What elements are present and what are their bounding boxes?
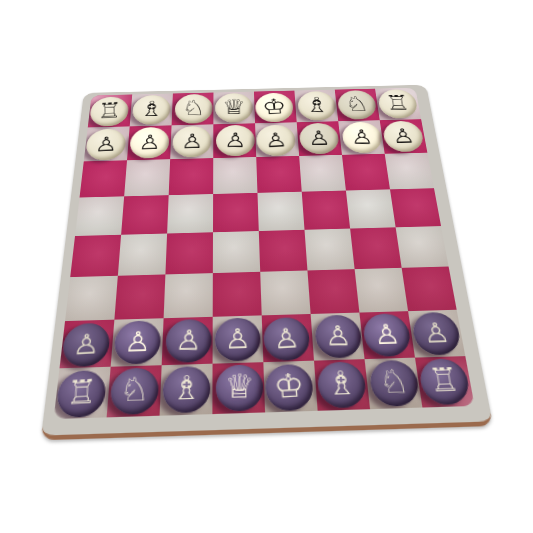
- square-c6[interactable]: [169, 158, 214, 195]
- square-e3[interactable]: [260, 270, 310, 315]
- knight-glyph: ♘: [344, 94, 371, 115]
- piece-cream-pawn-g7[interactable]: ♙: [342, 122, 383, 153]
- square-a4[interactable]: [70, 235, 121, 277]
- square-c4[interactable]: [165, 232, 213, 274]
- piece-cream-rook-a8[interactable]: ♖: [89, 96, 128, 127]
- square-e1[interactable]: ♔: [263, 361, 317, 413]
- pawn-glyph: ♙: [264, 129, 288, 150]
- pawn-glyph: ♙: [224, 324, 251, 352]
- pawn-glyph: ♙: [272, 323, 301, 352]
- piece-purple-pawn-e2[interactable]: ♙: [262, 316, 311, 361]
- square-f8[interactable]: ♗: [294, 90, 338, 123]
- piece-cream-pawn-e7[interactable]: ♙: [255, 124, 297, 157]
- square-d4[interactable]: [213, 231, 260, 273]
- bishop-glyph: ♗: [325, 367, 358, 401]
- piece-cream-pawn-c7[interactable]: ♙: [172, 126, 211, 158]
- square-f3[interactable]: [307, 269, 359, 314]
- square-a8[interactable]: ♖: [88, 94, 132, 127]
- square-c2[interactable]: ♙: [162, 317, 213, 365]
- square-e4[interactable]: [259, 230, 308, 272]
- pawn-glyph: ♙: [421, 318, 452, 346]
- pawn-glyph: ♙: [124, 327, 152, 355]
- square-b8[interactable]: ♗: [130, 93, 173, 126]
- square-f2[interactable]: ♙: [311, 313, 365, 361]
- square-b4[interactable]: [118, 234, 167, 276]
- piece-purple-pawn-c2[interactable]: ♙: [164, 319, 212, 362]
- pawn-glyph: ♙: [72, 329, 100, 358]
- square-f4[interactable]: [304, 229, 354, 271]
- square-b7[interactable]: ♙: [127, 125, 172, 160]
- pawn-glyph: ♙: [372, 320, 402, 348]
- bishop-glyph: ♗: [171, 371, 202, 405]
- piece-cream-pawn-d7[interactable]: ♙: [215, 125, 255, 156]
- square-b5[interactable]: [121, 195, 169, 235]
- square-d6[interactable]: [213, 157, 257, 194]
- board-scene: ♖♗♘♕♔♗♘♖♙♙♙♙♙♙♙♙♙♙♙♙♙♙♙♙♖♘♗♕♔♗♘♖: [41, 85, 494, 441]
- square-c3[interactable]: [164, 273, 213, 318]
- square-d5[interactable]: [213, 193, 259, 232]
- piece-purple-pawn-b2[interactable]: ♙: [113, 320, 161, 364]
- rook-glyph: ♖: [65, 375, 98, 410]
- piece-purple-rook-h1[interactable]: ♖: [417, 358, 471, 405]
- square-b6[interactable]: [124, 159, 170, 196]
- square-h7[interactable]: ♙: [380, 119, 428, 154]
- square-f1[interactable]: ♗: [314, 359, 370, 411]
- piece-purple-pawn-g2[interactable]: ♙: [362, 313, 413, 357]
- pawn-glyph: ♙: [390, 125, 415, 145]
- queen-glyph: ♕: [222, 96, 246, 117]
- square-e7[interactable]: ♙: [255, 122, 299, 157]
- square-c1[interactable]: ♗: [160, 364, 213, 416]
- pawn-glyph: ♙: [307, 128, 331, 148]
- square-b1[interactable]: ♘: [107, 365, 162, 417]
- square-a1[interactable]: ♖: [54, 367, 111, 419]
- square-h4[interactable]: [396, 226, 449, 268]
- square-c5[interactable]: [167, 194, 213, 233]
- pawn-glyph: ♙: [94, 133, 118, 154]
- square-d1[interactable]: ♕: [212, 362, 265, 414]
- square-f5[interactable]: [302, 191, 350, 230]
- photo-background: ♖♗♘♕♔♗♘♖♙♙♙♙♙♙♙♙♙♙♙♙♙♙♙♙♖♘♗♕♔♗♘♖: [0, 0, 533, 533]
- piece-cream-bishop-b8[interactable]: ♗: [132, 95, 171, 125]
- square-h2[interactable]: ♙: [408, 310, 465, 358]
- knight-glyph: ♘: [181, 98, 206, 119]
- square-h6[interactable]: [385, 153, 434, 190]
- piece-purple-bishop-f1[interactable]: ♗: [316, 361, 367, 408]
- square-e8[interactable]: ♔: [254, 91, 297, 124]
- knight-glyph: ♘: [378, 366, 411, 399]
- piece-purple-pawn-h2[interactable]: ♙: [410, 312, 462, 356]
- piece-purple-knight-b1[interactable]: ♘: [109, 367, 159, 415]
- square-g8[interactable]: ♘: [335, 89, 380, 122]
- square-g4[interactable]: [350, 227, 402, 269]
- piece-purple-bishop-c1[interactable]: ♗: [162, 366, 210, 414]
- square-g6[interactable]: [342, 154, 390, 191]
- piece-purple-rook-a1[interactable]: ♖: [56, 369, 107, 418]
- square-a5[interactable]: [75, 196, 124, 236]
- pawn-glyph: ♙: [181, 131, 204, 151]
- square-a7[interactable]: ♙: [84, 126, 130, 161]
- square-d3[interactable]: [213, 272, 262, 317]
- pawn-glyph: ♙: [175, 326, 203, 354]
- piece-purple-pawn-a2[interactable]: ♙: [62, 322, 111, 368]
- square-b3[interactable]: [114, 274, 165, 319]
- piece-cream-knight-c8[interactable]: ♘: [174, 94, 213, 123]
- square-h5[interactable]: [390, 188, 441, 227]
- rook-glyph: ♖: [97, 100, 122, 122]
- square-e2[interactable]: ♙: [262, 314, 314, 362]
- knight-glyph: ♘: [118, 373, 150, 407]
- rook-glyph: ♖: [384, 93, 411, 114]
- piece-cream-pawn-b7[interactable]: ♙: [129, 127, 170, 159]
- square-c8[interactable]: ♘: [172, 93, 214, 126]
- board-edge: ♖♗♘♕♔♗♘♖♙♙♙♙♙♙♙♙♙♙♙♙♙♙♙♙♖♘♗♕♔♗♘♖: [41, 85, 494, 441]
- rook-glyph: ♖: [427, 364, 462, 397]
- pawn-glyph: ♙: [350, 127, 374, 147]
- pawn-glyph: ♙: [138, 132, 162, 152]
- pawn-glyph: ♙: [224, 130, 247, 150]
- square-h3[interactable]: [402, 267, 457, 312]
- square-d8[interactable]: ♕: [213, 92, 255, 125]
- square-d2[interactable]: ♙: [213, 315, 264, 363]
- square-h8[interactable]: ♖: [375, 88, 421, 121]
- square-g1[interactable]: ♘: [365, 358, 423, 410]
- square-c7[interactable]: ♙: [170, 124, 213, 159]
- square-a2[interactable]: ♙: [60, 320, 115, 369]
- square-g3[interactable]: [355, 268, 408, 313]
- piece-cream-pawn-f7[interactable]: ♙: [299, 123, 340, 155]
- square-g7[interactable]: ♙: [338, 120, 384, 155]
- square-b2[interactable]: ♙: [111, 318, 164, 367]
- square-e6[interactable]: [256, 156, 302, 193]
- piece-cream-pawn-h7[interactable]: ♙: [382, 121, 425, 153]
- square-h1[interactable]: ♖: [415, 356, 475, 407]
- chess-board: ♖♗♘♕♔♗♘♖♙♙♙♙♙♙♙♙♙♙♙♙♙♙♙♙♖♘♗♕♔♗♘♖: [54, 88, 475, 419]
- piece-purple-king-e1[interactable]: ♔: [264, 363, 315, 412]
- piece-cream-knight-g8[interactable]: ♘: [337, 90, 378, 120]
- square-g5[interactable]: [346, 189, 396, 228]
- piece-purple-queen-d1[interactable]: ♕: [215, 365, 263, 411]
- square-f7[interactable]: ♙: [297, 121, 342, 156]
- queen-glyph: ♕: [224, 370, 255, 403]
- piece-purple-knight-g1[interactable]: ♘: [369, 360, 420, 406]
- pawn-glyph: ♙: [324, 322, 352, 349]
- piece-purple-pawn-f2[interactable]: ♙: [315, 315, 363, 358]
- piece-cream-king-e8[interactable]: ♔: [254, 92, 294, 123]
- king-glyph: ♔: [261, 96, 287, 118]
- square-d7[interactable]: ♙: [213, 123, 256, 158]
- bishop-glyph: ♗: [139, 98, 164, 119]
- piece-cream-bishop-f8[interactable]: ♗: [298, 91, 337, 120]
- piece-cream-rook-h8[interactable]: ♖: [377, 89, 419, 119]
- square-f6[interactable]: [299, 155, 346, 192]
- piece-purple-pawn-d2[interactable]: ♙: [215, 317, 261, 361]
- piece-cream-queen-d8[interactable]: ♕: [215, 93, 253, 123]
- king-glyph: ♔: [273, 369, 306, 404]
- bishop-glyph: ♗: [305, 95, 330, 116]
- square-a3[interactable]: [65, 276, 118, 321]
- piece-cream-pawn-a7[interactable]: ♙: [85, 128, 126, 161]
- square-e5[interactable]: [257, 192, 304, 231]
- square-g2[interactable]: ♙: [359, 311, 415, 359]
- square-a6[interactable]: [80, 160, 127, 197]
